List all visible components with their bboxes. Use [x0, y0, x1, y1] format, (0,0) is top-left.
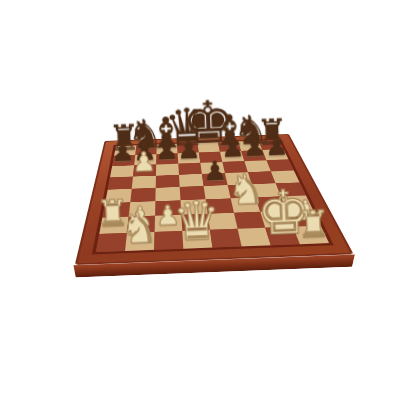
square-h7: ♟	[262, 149, 288, 160]
white-knight-b1: ♞	[119, 207, 158, 250]
square-d6	[178, 163, 202, 175]
square-b5	[132, 176, 156, 189]
white-queen-d1: ♛	[172, 193, 222, 248]
black-pawn-c7: ♟	[154, 137, 179, 164]
square-c5	[156, 175, 180, 188]
square-d5	[179, 174, 204, 187]
board-perspective-wrapper: ♜♞♝♛♚♝♞♜♟♟♟♟♟♟♟♟♟♞♜♟♟♟♟♞♛♚♜	[88, 71, 318, 301]
square-g7: ♟	[241, 150, 266, 161]
white-rook-h1: ♜	[296, 206, 330, 244]
black-pawn-g7: ♟	[242, 133, 267, 160]
square-h1: ♜	[293, 226, 329, 245]
black-pawn-d7: ♟	[176, 136, 201, 163]
black-pawn-h7: ♟	[264, 132, 289, 159]
square-a5	[108, 177, 133, 190]
square-b1: ♞	[125, 232, 155, 251]
square-b6: ♟	[133, 164, 156, 176]
chess-board: ♜♞♝♛♚♝♞♜♟♟♟♟♟♟♟♟♟♞♜♟♟♟♟♞♛♚♜	[75, 134, 354, 265]
square-h6	[266, 159, 293, 171]
square-c6	[156, 164, 179, 176]
chess-board-squares: ♜♞♝♛♚♝♞♜♟♟♟♟♟♟♟♟♟♞♜♟♟♟♟♞♛♚♜	[92, 139, 334, 255]
board-frame-front	[73, 254, 355, 277]
square-c7: ♟	[156, 153, 178, 164]
square-d7: ♟	[178, 153, 201, 164]
square-e5: ♟	[202, 173, 228, 186]
white-pawn-b6: ♟	[132, 149, 157, 177]
chess-set-photo: ♜♞♝♛♚♝♞♜♟♟♟♟♟♟♟♟♟♞♜♟♟♟♟♞♛♚♜	[0, 0, 400, 400]
board-tilt-wrapper: ♜♞♝♛♚♝♞♜♟♟♟♟♟♟♟♟♟♞♜♟♟♟♟♞♛♚♜	[0, 0, 400, 400]
black-pawn-e5: ♟	[202, 158, 227, 186]
square-a6	[110, 165, 134, 177]
square-g1: ♚	[265, 227, 300, 246]
square-d1: ♛	[182, 230, 212, 249]
